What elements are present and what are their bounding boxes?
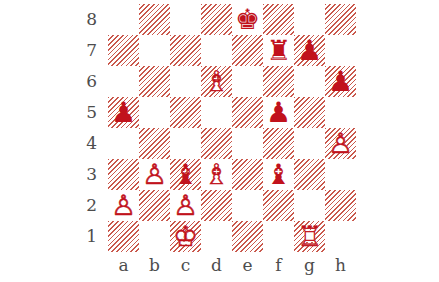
square-d4[interactable] — [201, 128, 232, 159]
piece-red-outline: ♗ — [201, 159, 232, 190]
square-g5[interactable] — [294, 97, 325, 128]
rank-label-2: 2 — [78, 190, 104, 221]
square-g8[interactable] — [294, 4, 325, 35]
black-king-e8[interactable]: ♚ — [232, 4, 263, 35]
square-h4[interactable]: ♟♙ — [325, 128, 356, 159]
file-labels: a b c d e f g h — [108, 252, 356, 280]
black-pawn-g7[interactable]: ♟ — [294, 35, 325, 66]
square-g4[interactable] — [294, 128, 325, 159]
square-e3[interactable] — [232, 159, 263, 190]
square-b6[interactable] — [139, 66, 170, 97]
square-h3[interactable] — [325, 159, 356, 190]
square-e1[interactable] — [232, 221, 263, 252]
white-rook-g1[interactable]: ♜♖ — [294, 221, 325, 252]
square-f2[interactable] — [263, 190, 294, 221]
white-pawn-h4[interactable]: ♟♙ — [325, 128, 356, 159]
square-b3[interactable]: ♟♙ — [139, 159, 170, 190]
black-bishop-f3[interactable]: ♝ — [263, 159, 294, 190]
square-a1[interactable] — [108, 221, 139, 252]
square-d6[interactable]: ♝♗ — [201, 66, 232, 97]
white-pawn-c2[interactable]: ♟♙ — [170, 190, 201, 221]
square-b2[interactable] — [139, 190, 170, 221]
file-label-a: a — [108, 252, 139, 280]
rank-label-7: 7 — [78, 35, 104, 66]
file-label-d: d — [201, 252, 232, 280]
piece-red-outline: ♗ — [201, 66, 232, 97]
rank-label-8: 8 — [78, 4, 104, 35]
black-pawn-f5[interactable]: ♟ — [263, 97, 294, 128]
square-h6[interactable]: ♟ — [325, 66, 356, 97]
piece-red-outline: ♙ — [108, 190, 139, 221]
square-h2[interactable] — [325, 190, 356, 221]
square-f5[interactable]: ♟ — [263, 97, 294, 128]
square-h7[interactable] — [325, 35, 356, 66]
file-label-e: e — [232, 252, 263, 280]
rank-label-6: 6 — [78, 66, 104, 97]
white-pawn-a2[interactable]: ♟♙ — [108, 190, 139, 221]
piece-red-outline: ♙ — [170, 190, 201, 221]
chess-board: ♚♜♟♝♗♟♟♟♟♙♟♙♝♝♗♝♟♙♟♙♚♔♜♖ — [108, 4, 356, 252]
piece-red-outline: ♔ — [170, 221, 201, 252]
square-e2[interactable] — [232, 190, 263, 221]
square-c5[interactable] — [170, 97, 201, 128]
square-h8[interactable] — [325, 4, 356, 35]
square-c1[interactable]: ♚♔ — [170, 221, 201, 252]
square-a3[interactable] — [108, 159, 139, 190]
black-bishop-c3[interactable]: ♝ — [170, 159, 201, 190]
rank-labels: 8 7 6 5 4 3 2 1 — [78, 4, 104, 252]
square-b8[interactable] — [139, 4, 170, 35]
square-a8[interactable] — [108, 4, 139, 35]
square-h5[interactable] — [325, 97, 356, 128]
square-c6[interactable] — [170, 66, 201, 97]
square-b5[interactable] — [139, 97, 170, 128]
square-b4[interactable] — [139, 128, 170, 159]
square-e5[interactable] — [232, 97, 263, 128]
square-c7[interactable] — [170, 35, 201, 66]
square-f7[interactable]: ♜ — [263, 35, 294, 66]
square-c8[interactable] — [170, 4, 201, 35]
square-c4[interactable] — [170, 128, 201, 159]
square-a4[interactable] — [108, 128, 139, 159]
rank-label-4: 4 — [78, 128, 104, 159]
square-f1[interactable] — [263, 221, 294, 252]
square-g6[interactable] — [294, 66, 325, 97]
square-d2[interactable] — [201, 190, 232, 221]
rank-label-3: 3 — [78, 159, 104, 190]
black-rook-f7[interactable]: ♜ — [263, 35, 294, 66]
black-pawn-h6[interactable]: ♟ — [325, 66, 356, 97]
file-label-f: f — [263, 252, 294, 280]
square-e4[interactable] — [232, 128, 263, 159]
square-d1[interactable] — [201, 221, 232, 252]
square-f6[interactable] — [263, 66, 294, 97]
piece-red-outline: ♖ — [294, 221, 325, 252]
piece-red-outline: ♙ — [325, 128, 356, 159]
file-label-h: h — [325, 252, 356, 280]
rank-label-1: 1 — [78, 221, 104, 252]
white-bishop-d6[interactable]: ♝♗ — [201, 66, 232, 97]
file-label-c: c — [170, 252, 201, 280]
square-e8[interactable]: ♚ — [232, 4, 263, 35]
square-g7[interactable]: ♟ — [294, 35, 325, 66]
square-a7[interactable] — [108, 35, 139, 66]
square-a2[interactable]: ♟♙ — [108, 190, 139, 221]
square-b7[interactable] — [139, 35, 170, 66]
file-label-b: b — [139, 252, 170, 280]
square-a5[interactable]: ♟ — [108, 97, 139, 128]
square-f3[interactable]: ♝ — [263, 159, 294, 190]
square-f4[interactable] — [263, 128, 294, 159]
square-g3[interactable] — [294, 159, 325, 190]
square-e6[interactable] — [232, 66, 263, 97]
white-king-c1[interactable]: ♚♔ — [170, 221, 201, 252]
square-g1[interactable]: ♜♖ — [294, 221, 325, 252]
white-bishop-d3[interactable]: ♝♗ — [201, 159, 232, 190]
file-label-g: g — [294, 252, 325, 280]
rank-label-5: 5 — [78, 97, 104, 128]
black-pawn-a5[interactable]: ♟ — [108, 97, 139, 128]
square-g2[interactable] — [294, 190, 325, 221]
square-d5[interactable] — [201, 97, 232, 128]
white-pawn-b3[interactable]: ♟♙ — [139, 159, 170, 190]
piece-red-outline: ♙ — [139, 159, 170, 190]
square-d3[interactable]: ♝♗ — [201, 159, 232, 190]
square-c2[interactable]: ♟♙ — [170, 190, 201, 221]
square-b1[interactable] — [139, 221, 170, 252]
square-d7[interactable] — [201, 35, 232, 66]
square-h1[interactable] — [325, 221, 356, 252]
square-a6[interactable] — [108, 66, 139, 97]
square-f8[interactable] — [263, 4, 294, 35]
chess-diagram: 8 7 6 5 4 3 2 1 ♚♜♟♝♗♟♟♟♟♙♟♙♝♝♗♝♟♙♟♙♚♔♜♖… — [0, 0, 439, 282]
square-d8[interactable] — [201, 4, 232, 35]
square-e7[interactable] — [232, 35, 263, 66]
square-c3[interactable]: ♝ — [170, 159, 201, 190]
